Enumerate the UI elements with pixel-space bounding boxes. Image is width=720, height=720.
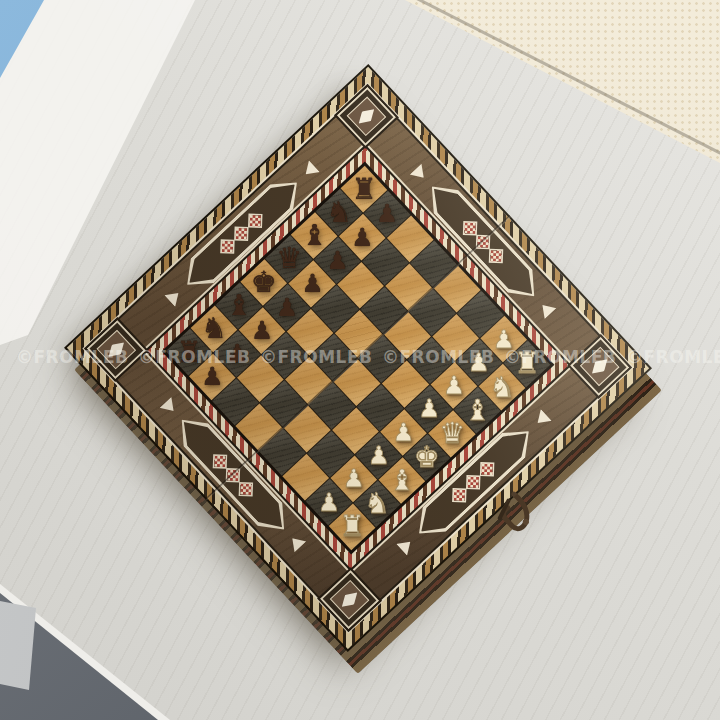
board-square-h1: ♜ (329, 503, 376, 550)
light-rook: ♜ (336, 510, 369, 543)
scene: ♜♟♟♜♞♟♟♞♝♟♟♝♛♟♟♛♚♟♟♚♝♟♟♝♞♟♟♞♜♟♟♜ ©FROMLE… (0, 0, 720, 720)
